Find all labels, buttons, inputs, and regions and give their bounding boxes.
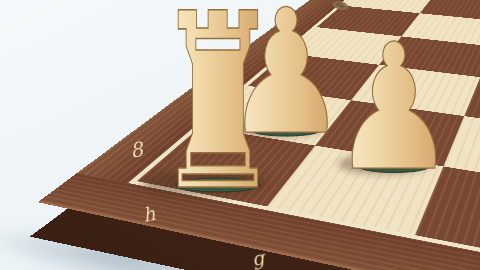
chess-photo-scene: 8 h g ♟ ♟ ♜ (0, 0, 480, 270)
